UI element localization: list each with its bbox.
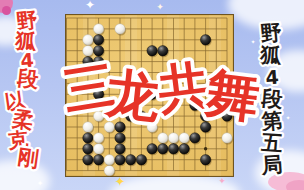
black-stone xyxy=(115,133,125,143)
black-stone xyxy=(93,155,103,165)
black-stone xyxy=(200,155,210,165)
black-stone xyxy=(222,111,232,121)
black-stone xyxy=(158,144,168,154)
right-caption-char: 段 xyxy=(259,86,284,112)
black-stone xyxy=(179,144,189,154)
left-caption-char: 柔 xyxy=(11,107,35,133)
white-stone xyxy=(93,24,103,34)
white-stone xyxy=(222,100,232,110)
left-caption-char: 以 xyxy=(3,88,27,115)
black-stone xyxy=(147,46,157,56)
cloud-decoration xyxy=(0,16,30,46)
black-stone xyxy=(93,46,103,56)
white-stone xyxy=(104,165,114,175)
black-stone xyxy=(93,35,103,45)
sparkle-icon: ✦ xyxy=(156,3,164,12)
black-stone xyxy=(83,144,93,154)
left-caption-char: 4 xyxy=(20,49,35,72)
black-stone xyxy=(93,89,103,99)
black-stone xyxy=(200,111,210,121)
white-stone xyxy=(83,122,93,132)
right-caption-char: 第 xyxy=(259,108,283,134)
black-stone xyxy=(83,133,93,143)
white-stone xyxy=(147,122,157,132)
white-stone xyxy=(104,122,114,132)
black-stone xyxy=(200,35,210,45)
black-stone xyxy=(115,155,125,165)
black-stone xyxy=(190,133,200,143)
sparkle-icon: ✦ xyxy=(285,115,290,121)
black-stone xyxy=(147,89,157,99)
white-stone xyxy=(93,144,103,154)
white-stone xyxy=(93,133,103,143)
sparkle-icon: ✦ xyxy=(218,177,226,186)
white-stone xyxy=(115,24,125,34)
black-stone xyxy=(93,56,103,66)
black-stone xyxy=(115,122,125,132)
white-stone xyxy=(83,35,93,45)
black-stone xyxy=(158,46,168,56)
black-stone xyxy=(168,144,178,154)
video-thumbnail[interactable]: ✦ ✦ ✦ ✦ ✦ ✦ ✦ 野狐4段以柔克刚野狐4段第五局三龙共舞 xyxy=(0,0,304,190)
sparkle-icon: ✦ xyxy=(85,0,95,11)
sparkle-icon: ✦ xyxy=(37,180,44,188)
black-stone xyxy=(200,122,210,132)
white-stone xyxy=(83,46,93,56)
white-stone xyxy=(158,133,168,143)
white-stone xyxy=(93,111,103,121)
pink-ribbon-decoration xyxy=(2,6,11,15)
black-stone xyxy=(136,155,146,165)
black-stone xyxy=(147,144,157,154)
pink-cloud-decoration xyxy=(286,180,304,190)
cloud-decoration xyxy=(228,0,304,30)
black-stone xyxy=(126,155,136,165)
black-stone xyxy=(83,155,93,165)
sparkle-icon: ✦ xyxy=(250,39,255,45)
black-stone xyxy=(115,144,125,154)
white-stone xyxy=(222,133,232,143)
go-board xyxy=(65,14,234,177)
cloud-decoration xyxy=(268,50,304,92)
white-stone xyxy=(168,133,178,143)
black-stone xyxy=(222,78,232,88)
black-stone xyxy=(126,111,136,121)
left-caption-char: 段 xyxy=(15,66,40,92)
black-stone xyxy=(136,111,146,121)
white-stone xyxy=(179,133,189,143)
black-stone xyxy=(190,100,200,110)
white-stone xyxy=(104,155,114,165)
star-point xyxy=(204,147,207,150)
black-stone xyxy=(83,56,93,66)
left-caption-char: 克 xyxy=(6,127,30,153)
